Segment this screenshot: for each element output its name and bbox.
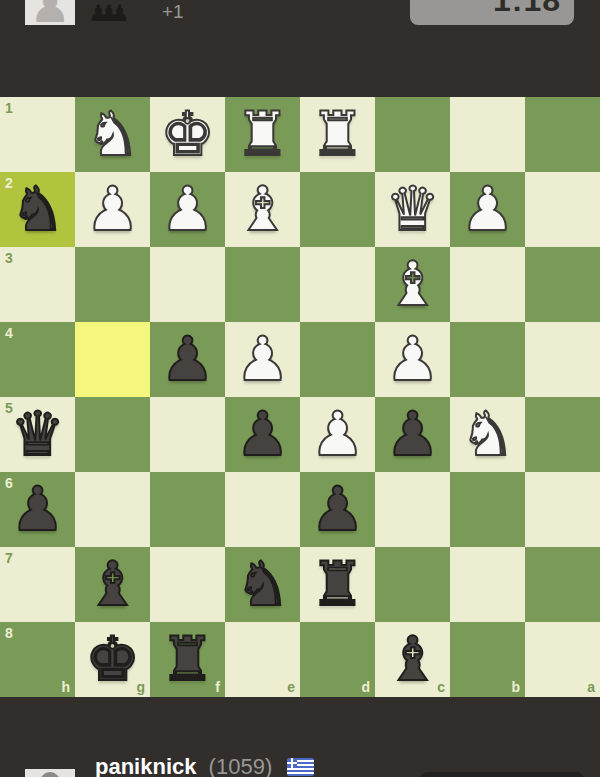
square-h6[interactable]: 6♟ bbox=[0, 472, 75, 547]
square-f1[interactable]: ♚ bbox=[150, 97, 225, 172]
rank-label-3: 3 bbox=[5, 251, 13, 265]
square-f6[interactable] bbox=[150, 472, 225, 547]
square-d2[interactable] bbox=[300, 172, 375, 247]
square-h4[interactable]: 4 bbox=[0, 322, 75, 397]
square-d8[interactable]: d bbox=[300, 622, 375, 697]
piece-black-pawn[interactable]: ♟ bbox=[0, 472, 75, 547]
square-e7[interactable]: ♞ bbox=[225, 547, 300, 622]
square-g4[interactable] bbox=[75, 322, 150, 397]
square-e3[interactable] bbox=[225, 247, 300, 322]
pawn-avatar-icon: ♟ bbox=[25, 0, 75, 25]
bottom-player-info[interactable]: paniknick (1059) bbox=[95, 754, 314, 777]
piece-white-pawn[interactable]: ♟ bbox=[450, 172, 525, 247]
piece-white-pawn[interactable]: ♟ bbox=[375, 322, 450, 397]
piece-white-pawn[interactable]: ♟ bbox=[150, 172, 225, 247]
square-b5[interactable]: ♞ bbox=[450, 397, 525, 472]
piece-white-rook[interactable]: ♜ bbox=[300, 97, 375, 172]
file-label-a: a bbox=[587, 680, 595, 694]
square-d4[interactable] bbox=[300, 322, 375, 397]
square-a6[interactable] bbox=[525, 472, 600, 547]
square-b3[interactable] bbox=[450, 247, 525, 322]
piece-black-pawn[interactable]: ♟ bbox=[375, 397, 450, 472]
bottom-player-clock bbox=[420, 772, 584, 777]
piece-white-rook[interactable]: ♜ bbox=[225, 97, 300, 172]
game-screen: ♟ ♟♟♟ +1 1:18 1♞♚♜♜2♞♟♟♝♛♟3♝4♟♟♟5♛♟♟♟♞6♟… bbox=[0, 0, 600, 777]
file-label-b: b bbox=[511, 680, 520, 694]
rank-label-7: 7 bbox=[5, 551, 13, 565]
square-b4[interactable] bbox=[450, 322, 525, 397]
square-d3[interactable] bbox=[300, 247, 375, 322]
top-player-clock: 1:18 bbox=[410, 0, 574, 25]
greece-flag-icon bbox=[287, 758, 314, 776]
bottom-player-name[interactable]: paniknick bbox=[95, 754, 196, 777]
square-e2[interactable]: ♝ bbox=[225, 172, 300, 247]
square-g3[interactable] bbox=[75, 247, 150, 322]
square-h7[interactable]: 7 bbox=[0, 547, 75, 622]
square-c2[interactable]: ♛ bbox=[375, 172, 450, 247]
square-g5[interactable] bbox=[75, 397, 150, 472]
square-h8[interactable]: 8h bbox=[0, 622, 75, 697]
square-c4[interactable]: ♟ bbox=[375, 322, 450, 397]
piece-white-bishop[interactable]: ♝ bbox=[375, 247, 450, 322]
square-g7[interactable]: ♝ bbox=[75, 547, 150, 622]
square-e8[interactable]: e bbox=[225, 622, 300, 697]
piece-black-rook[interactable]: ♜ bbox=[150, 622, 225, 697]
square-g8[interactable]: g♚ bbox=[75, 622, 150, 697]
square-f2[interactable]: ♟ bbox=[150, 172, 225, 247]
square-a7[interactable] bbox=[525, 547, 600, 622]
piece-white-knight[interactable]: ♞ bbox=[450, 397, 525, 472]
square-h5[interactable]: 5♛ bbox=[0, 397, 75, 472]
piece-black-pawn[interactable]: ♟ bbox=[150, 322, 225, 397]
square-a2[interactable] bbox=[525, 172, 600, 247]
square-h3[interactable]: 3 bbox=[0, 247, 75, 322]
square-c5[interactable]: ♟ bbox=[375, 397, 450, 472]
square-h2[interactable]: 2♞ bbox=[0, 172, 75, 247]
square-a8[interactable]: a bbox=[525, 622, 600, 697]
piece-black-knight[interactable]: ♞ bbox=[0, 172, 75, 247]
file-label-d: d bbox=[361, 680, 370, 694]
square-b6[interactable] bbox=[450, 472, 525, 547]
square-c8[interactable]: c♝ bbox=[375, 622, 450, 697]
rank-label-1: 1 bbox=[5, 101, 13, 115]
square-c7[interactable] bbox=[375, 547, 450, 622]
material-advantage: +1 bbox=[162, 1, 184, 23]
square-d1[interactable]: ♜ bbox=[300, 97, 375, 172]
square-f4[interactable]: ♟ bbox=[150, 322, 225, 397]
square-b2[interactable]: ♟ bbox=[450, 172, 525, 247]
piece-black-pawn[interactable]: ♟ bbox=[225, 397, 300, 472]
piece-black-bishop[interactable]: ♝ bbox=[375, 622, 450, 697]
square-e4[interactable]: ♟ bbox=[225, 322, 300, 397]
square-c6[interactable] bbox=[375, 472, 450, 547]
piece-white-knight[interactable]: ♞ bbox=[75, 97, 150, 172]
square-f8[interactable]: f♜ bbox=[150, 622, 225, 697]
square-f3[interactable] bbox=[150, 247, 225, 322]
square-b7[interactable] bbox=[450, 547, 525, 622]
piece-black-rook[interactable]: ♜ bbox=[300, 547, 375, 622]
piece-black-knight[interactable]: ♞ bbox=[225, 547, 300, 622]
square-b8[interactable]: b bbox=[450, 622, 525, 697]
square-a3[interactable] bbox=[525, 247, 600, 322]
top-player-avatar[interactable]: ♟ bbox=[25, 0, 75, 25]
avatar-head-icon bbox=[40, 772, 60, 777]
square-f7[interactable] bbox=[150, 547, 225, 622]
square-b1[interactable] bbox=[450, 97, 525, 172]
file-label-e: e bbox=[287, 680, 295, 694]
piece-black-queen[interactable]: ♛ bbox=[0, 397, 75, 472]
square-g2[interactable]: ♟ bbox=[75, 172, 150, 247]
square-e5[interactable]: ♟ bbox=[225, 397, 300, 472]
square-a1[interactable] bbox=[525, 97, 600, 172]
bottom-player-rating: (1059) bbox=[209, 754, 273, 777]
square-g1[interactable]: ♞ bbox=[75, 97, 150, 172]
square-h1[interactable]: 1 bbox=[0, 97, 75, 172]
chess-board[interactable]: 1♞♚♜♜2♞♟♟♝♛♟3♝4♟♟♟5♛♟♟♟♞6♟♟7♝♞♜8hg♚f♜edc… bbox=[0, 97, 600, 697]
piece-white-queen[interactable]: ♛ bbox=[375, 172, 450, 247]
piece-black-pawn[interactable]: ♟ bbox=[300, 472, 375, 547]
square-e1[interactable]: ♜ bbox=[225, 97, 300, 172]
rank-label-8: 8 bbox=[5, 626, 13, 640]
piece-white-bishop[interactable]: ♝ bbox=[225, 172, 300, 247]
square-a5[interactable] bbox=[525, 397, 600, 472]
piece-black-king[interactable]: ♚ bbox=[75, 622, 150, 697]
square-f5[interactable] bbox=[150, 397, 225, 472]
piece-white-king[interactable]: ♚ bbox=[150, 97, 225, 172]
piece-black-bishop[interactable]: ♝ bbox=[75, 547, 150, 622]
square-e6[interactable] bbox=[225, 472, 300, 547]
captured-pawns-icon: ♟♟♟ bbox=[88, 1, 120, 25]
square-d6[interactable]: ♟ bbox=[300, 472, 375, 547]
piece-white-pawn[interactable]: ♟ bbox=[75, 172, 150, 247]
square-c1[interactable] bbox=[375, 97, 450, 172]
square-c3[interactable]: ♝ bbox=[375, 247, 450, 322]
square-g6[interactable] bbox=[75, 472, 150, 547]
square-d5[interactable]: ♟ bbox=[300, 397, 375, 472]
rank-label-4: 4 bbox=[5, 326, 13, 340]
square-a4[interactable] bbox=[525, 322, 600, 397]
bottom-player-avatar[interactable] bbox=[25, 769, 75, 777]
file-label-h: h bbox=[61, 680, 70, 694]
square-d7[interactable]: ♜ bbox=[300, 547, 375, 622]
piece-white-pawn[interactable]: ♟ bbox=[300, 397, 375, 472]
piece-white-pawn[interactable]: ♟ bbox=[225, 322, 300, 397]
